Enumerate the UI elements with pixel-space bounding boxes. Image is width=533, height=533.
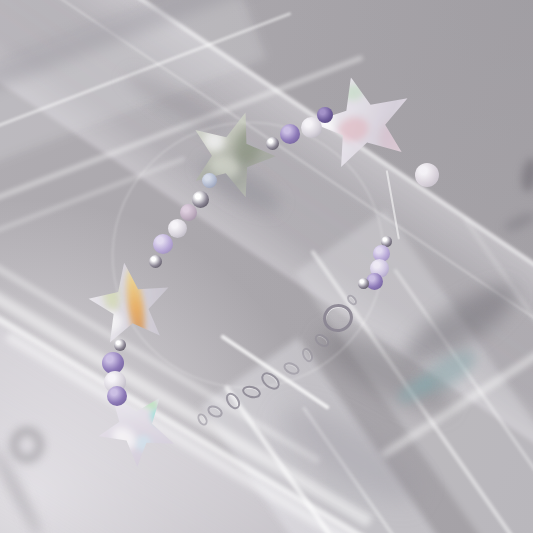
acrylic-edge-over-chain [220,334,330,410]
foreground-acrylic-edge [0,0,533,533]
photo-scene [0,0,533,533]
